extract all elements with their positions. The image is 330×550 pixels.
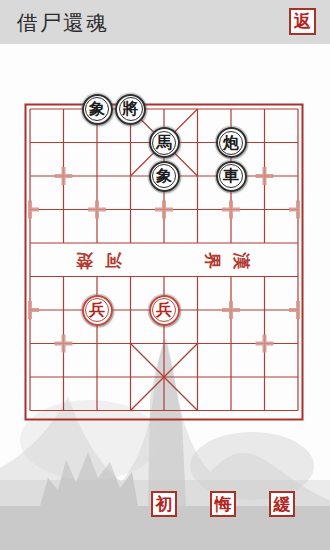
hint-button[interactable]: 緩 xyxy=(269,491,295,517)
page-title: 借尸還魂 xyxy=(17,11,109,35)
river-char: 漢 xyxy=(230,252,253,269)
river-char: 河 xyxy=(105,249,122,272)
footer-buttons: 初 悔 緩 xyxy=(151,491,295,517)
river-char: 楚 xyxy=(76,249,93,272)
back-button[interactable]: 返 xyxy=(289,8,316,35)
piece-char: 象 xyxy=(156,168,172,184)
river-label-han-jie: 界 漢 xyxy=(197,244,257,276)
piece-char: 象 xyxy=(89,101,105,117)
piece-layer[interactable]: 象將馬炮象車兵兵 xyxy=(13,92,315,427)
piece-char: 馬 xyxy=(156,135,172,151)
piece-black-horse[interactable]: 馬 xyxy=(149,127,180,158)
piece-char: 兵 xyxy=(156,302,172,318)
piece-red-soldier-b[interactable]: 兵 xyxy=(149,295,180,326)
piece-black-elephant-b[interactable]: 象 xyxy=(149,161,180,192)
restart-button[interactable]: 初 xyxy=(151,491,177,517)
undo-button[interactable]: 悔 xyxy=(210,491,236,517)
piece-black-chariot[interactable]: 車 xyxy=(216,161,247,192)
piece-red-soldier-a[interactable]: 兵 xyxy=(82,295,113,326)
piece-char: 兵 xyxy=(89,302,105,318)
piece-black-cannon[interactable]: 炮 xyxy=(216,127,247,158)
piece-char: 炮 xyxy=(223,135,239,151)
piece-char: 車 xyxy=(223,168,239,184)
piece-char: 將 xyxy=(123,101,139,117)
piece-black-elephant-a[interactable]: 象 xyxy=(82,94,113,125)
river-char: 界 xyxy=(201,252,224,269)
river-label-chu-he: 楚 河 xyxy=(71,244,127,276)
piece-black-general[interactable]: 將 xyxy=(115,94,146,125)
header-bar: 借尸還魂 返 xyxy=(0,0,330,44)
